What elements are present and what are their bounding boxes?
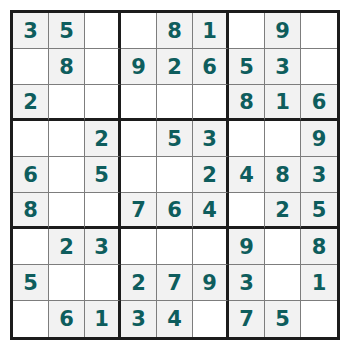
cell-r2c5: 2 — [157, 49, 193, 85]
cell-r4c7[interactable] — [229, 121, 265, 157]
cell-r6c9: 5 — [301, 193, 337, 229]
cell-r9c9[interactable] — [301, 301, 337, 337]
cell-r8c4: 2 — [121, 265, 157, 301]
cell-r4c3: 2 — [85, 121, 121, 157]
cell-r9c2: 6 — [49, 301, 85, 337]
cell-r7c4[interactable] — [121, 229, 157, 265]
cell-r1c5: 8 — [157, 13, 193, 49]
cell-r9c3: 1 — [85, 301, 121, 337]
cell-r6c1: 8 — [13, 193, 49, 229]
cell-r1c2: 5 — [49, 13, 85, 49]
cell-r5c1: 6 — [13, 157, 49, 193]
cell-r4c9: 9 — [301, 121, 337, 157]
cell-r2c6: 6 — [193, 49, 229, 85]
cell-r8c1: 5 — [13, 265, 49, 301]
cell-r3c9: 6 — [301, 85, 337, 121]
cell-r9c6[interactable] — [193, 301, 229, 337]
cell-r8c5: 7 — [157, 265, 193, 301]
cell-r9c4: 3 — [121, 301, 157, 337]
cell-r1c3[interactable] — [85, 13, 121, 49]
cell-r7c1[interactable] — [13, 229, 49, 265]
cell-r1c9[interactable] — [301, 13, 337, 49]
cell-r5c5[interactable] — [157, 157, 193, 193]
cell-r5c2[interactable] — [49, 157, 85, 193]
cell-r6c5: 6 — [157, 193, 193, 229]
cell-r2c4: 9 — [121, 49, 157, 85]
cell-r5c4[interactable] — [121, 157, 157, 193]
cell-r2c8: 3 — [265, 49, 301, 85]
cell-r7c9: 8 — [301, 229, 337, 265]
cell-r4c4[interactable] — [121, 121, 157, 157]
cell-r1c7[interactable] — [229, 13, 265, 49]
cell-r9c1[interactable] — [13, 301, 49, 337]
cell-r6c3[interactable] — [85, 193, 121, 229]
cell-r2c2: 8 — [49, 49, 85, 85]
cell-r3c7: 8 — [229, 85, 265, 121]
cell-r7c8[interactable] — [265, 229, 301, 265]
cell-r6c2[interactable] — [49, 193, 85, 229]
cell-r7c3: 3 — [85, 229, 121, 265]
cell-r2c9[interactable] — [301, 49, 337, 85]
cell-r2c7: 5 — [229, 49, 265, 85]
cell-r9c8: 5 — [265, 301, 301, 337]
cell-r3c5[interactable] — [157, 85, 193, 121]
cell-r9c5: 4 — [157, 301, 193, 337]
cell-r1c8: 9 — [265, 13, 301, 49]
cell-r1c6: 1 — [193, 13, 229, 49]
cell-r5c7: 4 — [229, 157, 265, 193]
cell-r5c9: 3 — [301, 157, 337, 193]
cell-r8c7: 3 — [229, 265, 265, 301]
cell-r3c4[interactable] — [121, 85, 157, 121]
cell-r3c3[interactable] — [85, 85, 121, 121]
cell-r1c1: 3 — [13, 13, 49, 49]
cell-r1c4[interactable] — [121, 13, 157, 49]
cell-r6c4: 7 — [121, 193, 157, 229]
cell-r6c6: 4 — [193, 193, 229, 229]
cell-r3c8: 1 — [265, 85, 301, 121]
cell-r8c3[interactable] — [85, 265, 121, 301]
cell-r3c6[interactable] — [193, 85, 229, 121]
cell-r5c3: 5 — [85, 157, 121, 193]
cell-r7c2: 2 — [49, 229, 85, 265]
cell-r3c1: 2 — [13, 85, 49, 121]
cell-r8c2[interactable] — [49, 265, 85, 301]
page: 3581989265328162539652483876425239852793… — [0, 0, 350, 350]
cell-r5c6: 2 — [193, 157, 229, 193]
cell-r5c8: 8 — [265, 157, 301, 193]
cell-r9c7: 7 — [229, 301, 265, 337]
cell-r4c6: 3 — [193, 121, 229, 157]
cell-r4c5: 5 — [157, 121, 193, 157]
cell-r2c3[interactable] — [85, 49, 121, 85]
cell-r8c8[interactable] — [265, 265, 301, 301]
cell-r3c2[interactable] — [49, 85, 85, 121]
cell-r2c1[interactable] — [13, 49, 49, 85]
cell-r6c8: 2 — [265, 193, 301, 229]
cell-r6c7[interactable] — [229, 193, 265, 229]
cell-r7c7: 9 — [229, 229, 265, 265]
cell-r4c2[interactable] — [49, 121, 85, 157]
sudoku-board: 3581989265328162539652483876425239852793… — [10, 10, 340, 340]
cell-r8c6: 9 — [193, 265, 229, 301]
cell-r7c6[interactable] — [193, 229, 229, 265]
cell-r7c5[interactable] — [157, 229, 193, 265]
cell-r4c8[interactable] — [265, 121, 301, 157]
cell-r8c9: 1 — [301, 265, 337, 301]
cell-r4c1[interactable] — [13, 121, 49, 157]
